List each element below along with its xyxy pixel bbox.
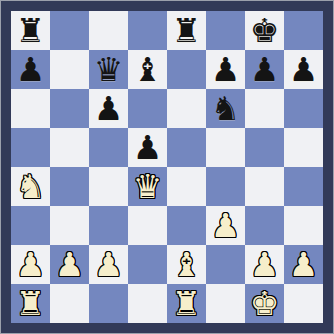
piece-black-queen[interactable]: ♛	[94, 50, 124, 89]
piece-white-pawn[interactable]: ♟	[289, 245, 319, 284]
piece-white-pawn[interactable]: ♟	[211, 206, 241, 245]
piece-black-pawn[interactable]: ♟	[211, 50, 241, 89]
square-e6[interactable]	[167, 89, 206, 128]
board-frame: ♜♜♚♟♛♝♟♟♟♟♞♟♞♛♟♟♟♟♝♟♟♜♜♚	[0, 0, 334, 334]
piece-black-rook[interactable]: ♜	[16, 11, 46, 50]
piece-black-rook[interactable]: ♜	[172, 11, 202, 50]
square-c3[interactable]	[89, 206, 128, 245]
square-h1[interactable]	[284, 284, 323, 323]
piece-black-bishop[interactable]: ♝	[133, 50, 163, 89]
square-f8[interactable]	[206, 11, 245, 50]
piece-white-rook[interactable]: ♜	[172, 284, 202, 323]
chess-board: ♜♜♚♟♛♝♟♟♟♟♞♟♞♛♟♟♟♟♝♟♟♜♜♚	[11, 11, 323, 323]
square-f7[interactable]: ♟	[206, 50, 245, 89]
square-a1[interactable]: ♜	[11, 284, 50, 323]
piece-white-pawn[interactable]: ♟	[94, 245, 124, 284]
square-c7[interactable]: ♛	[89, 50, 128, 89]
square-f4[interactable]	[206, 167, 245, 206]
square-h5[interactable]	[284, 128, 323, 167]
square-d2[interactable]	[128, 245, 167, 284]
piece-white-king[interactable]: ♚	[250, 284, 280, 323]
square-g2[interactable]: ♟	[245, 245, 284, 284]
piece-black-king[interactable]: ♚	[250, 11, 280, 50]
square-c8[interactable]	[89, 11, 128, 50]
piece-white-pawn[interactable]: ♟	[55, 245, 85, 284]
square-d3[interactable]	[128, 206, 167, 245]
square-a4[interactable]: ♞	[11, 167, 50, 206]
square-b6[interactable]	[50, 89, 89, 128]
square-a3[interactable]	[11, 206, 50, 245]
square-e4[interactable]	[167, 167, 206, 206]
square-h2[interactable]: ♟	[284, 245, 323, 284]
square-c6[interactable]: ♟	[89, 89, 128, 128]
square-b3[interactable]	[50, 206, 89, 245]
square-e2[interactable]: ♝	[167, 245, 206, 284]
square-b1[interactable]	[50, 284, 89, 323]
square-c5[interactable]	[89, 128, 128, 167]
square-g7[interactable]: ♟	[245, 50, 284, 89]
square-c1[interactable]	[89, 284, 128, 323]
square-f1[interactable]	[206, 284, 245, 323]
square-d8[interactable]	[128, 11, 167, 50]
piece-black-pawn[interactable]: ♟	[16, 50, 46, 89]
square-b5[interactable]	[50, 128, 89, 167]
square-f3[interactable]: ♟	[206, 206, 245, 245]
square-d6[interactable]	[128, 89, 167, 128]
piece-white-knight[interactable]: ♞	[16, 167, 46, 206]
square-a7[interactable]: ♟	[11, 50, 50, 89]
square-h3[interactable]	[284, 206, 323, 245]
square-f2[interactable]	[206, 245, 245, 284]
piece-black-pawn[interactable]: ♟	[133, 128, 163, 167]
piece-white-rook[interactable]: ♜	[16, 284, 46, 323]
square-h8[interactable]	[284, 11, 323, 50]
square-g1[interactable]: ♚	[245, 284, 284, 323]
square-d1[interactable]	[128, 284, 167, 323]
square-h7[interactable]: ♟	[284, 50, 323, 89]
square-g4[interactable]	[245, 167, 284, 206]
square-c4[interactable]	[89, 167, 128, 206]
square-b8[interactable]	[50, 11, 89, 50]
square-b7[interactable]	[50, 50, 89, 89]
square-g8[interactable]: ♚	[245, 11, 284, 50]
square-f6[interactable]: ♞	[206, 89, 245, 128]
square-e7[interactable]	[167, 50, 206, 89]
piece-white-bishop[interactable]: ♝	[172, 245, 202, 284]
square-a5[interactable]	[11, 128, 50, 167]
square-e8[interactable]: ♜	[167, 11, 206, 50]
square-h6[interactable]	[284, 89, 323, 128]
square-b2[interactable]: ♟	[50, 245, 89, 284]
piece-white-queen[interactable]: ♛	[133, 167, 163, 206]
square-a6[interactable]	[11, 89, 50, 128]
square-g5[interactable]	[245, 128, 284, 167]
square-h4[interactable]	[284, 167, 323, 206]
piece-black-pawn[interactable]: ♟	[250, 50, 280, 89]
piece-black-pawn[interactable]: ♟	[289, 50, 319, 89]
square-g3[interactable]	[245, 206, 284, 245]
square-d5[interactable]: ♟	[128, 128, 167, 167]
piece-black-knight[interactable]: ♞	[211, 89, 241, 128]
piece-white-pawn[interactable]: ♟	[250, 245, 280, 284]
square-d4[interactable]: ♛	[128, 167, 167, 206]
square-f5[interactable]	[206, 128, 245, 167]
square-c2[interactable]: ♟	[89, 245, 128, 284]
square-g6[interactable]	[245, 89, 284, 128]
square-d7[interactable]: ♝	[128, 50, 167, 89]
piece-black-pawn[interactable]: ♟	[94, 89, 124, 128]
square-b4[interactable]	[50, 167, 89, 206]
square-e5[interactable]	[167, 128, 206, 167]
square-a8[interactable]: ♜	[11, 11, 50, 50]
square-a2[interactable]: ♟	[11, 245, 50, 284]
square-e3[interactable]	[167, 206, 206, 245]
square-e1[interactable]: ♜	[167, 284, 206, 323]
piece-white-pawn[interactable]: ♟	[16, 245, 46, 284]
